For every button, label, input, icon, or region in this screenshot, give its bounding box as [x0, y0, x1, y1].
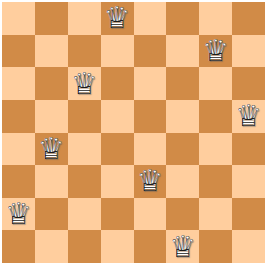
- square-g4[interactable]: [199, 133, 232, 166]
- square-e8[interactable]: [134, 2, 167, 35]
- white-queen-body: ♛: [104, 3, 131, 33]
- square-d1[interactable]: [101, 230, 134, 263]
- square-b7[interactable]: [35, 35, 68, 68]
- square-c8[interactable]: [68, 2, 101, 35]
- white-queen: ♕: [169, 232, 196, 262]
- square-d2[interactable]: [101, 198, 134, 231]
- square-e5[interactable]: [134, 100, 167, 133]
- square-b6[interactable]: [35, 67, 68, 100]
- white-queen: ♕: [136, 166, 163, 196]
- square-a5[interactable]: [2, 100, 35, 133]
- square-c4[interactable]: [68, 133, 101, 166]
- square-a1[interactable]: [2, 230, 35, 263]
- square-a6[interactable]: [2, 67, 35, 100]
- square-b8[interactable]: [35, 2, 68, 35]
- square-b1[interactable]: [35, 230, 68, 263]
- white-queen-body: ♛: [38, 134, 65, 164]
- square-h4[interactable]: [232, 133, 265, 166]
- square-b5[interactable]: [35, 100, 68, 133]
- square-c1[interactable]: [68, 230, 101, 263]
- square-g1[interactable]: [199, 230, 232, 263]
- white-queen: ♕: [235, 101, 262, 131]
- square-b4[interactable]: ♛♕: [35, 133, 68, 166]
- board-margin: ♛♕♛♕♛♕♛♕♛♕♛♕♛♕♛♕: [0, 0, 267, 265]
- white-queen: ♕: [38, 134, 65, 164]
- white-queen: ♕: [5, 199, 32, 229]
- square-h5[interactable]: ♛♕: [232, 100, 265, 133]
- square-e4[interactable]: [134, 133, 167, 166]
- white-queen-body: ♛: [235, 101, 262, 131]
- square-f6[interactable]: [166, 67, 199, 100]
- white-queen-body: ♛: [202, 36, 229, 66]
- square-e3[interactable]: ♛♕: [134, 165, 167, 198]
- square-g5[interactable]: [199, 100, 232, 133]
- white-queen-body: ♛: [136, 166, 163, 196]
- square-e7[interactable]: [134, 35, 167, 68]
- square-d3[interactable]: [101, 165, 134, 198]
- white-queen: ♕: [71, 69, 98, 99]
- square-f3[interactable]: [166, 165, 199, 198]
- square-f4[interactable]: [166, 133, 199, 166]
- square-e1[interactable]: [134, 230, 167, 263]
- square-f7[interactable]: [166, 35, 199, 68]
- square-g2[interactable]: [199, 198, 232, 231]
- square-a4[interactable]: [2, 133, 35, 166]
- square-c3[interactable]: [68, 165, 101, 198]
- square-d8[interactable]: ♛♕: [101, 2, 134, 35]
- white-queen: ♕: [202, 36, 229, 66]
- square-c6[interactable]: ♛♕: [68, 67, 101, 100]
- square-h7[interactable]: [232, 35, 265, 68]
- square-f8[interactable]: [166, 2, 199, 35]
- white-queen-body: ♛: [71, 69, 98, 99]
- white-queen-body: ♛: [5, 199, 32, 229]
- square-g8[interactable]: [199, 2, 232, 35]
- square-e6[interactable]: [134, 67, 167, 100]
- square-g7[interactable]: ♛♕: [199, 35, 232, 68]
- square-f1[interactable]: ♛♕: [166, 230, 199, 263]
- square-h2[interactable]: [232, 198, 265, 231]
- square-g6[interactable]: [199, 67, 232, 100]
- square-c7[interactable]: [68, 35, 101, 68]
- square-f5[interactable]: [166, 100, 199, 133]
- square-b3[interactable]: [35, 165, 68, 198]
- square-b2[interactable]: [35, 198, 68, 231]
- white-queen-body: ♛: [169, 232, 196, 262]
- square-d4[interactable]: [101, 133, 134, 166]
- square-g3[interactable]: [199, 165, 232, 198]
- square-d7[interactable]: [101, 35, 134, 68]
- square-c5[interactable]: [68, 100, 101, 133]
- square-a2[interactable]: ♛♕: [2, 198, 35, 231]
- square-h8[interactable]: [232, 2, 265, 35]
- square-d5[interactable]: [101, 100, 134, 133]
- square-a7[interactable]: [2, 35, 35, 68]
- square-h6[interactable]: [232, 67, 265, 100]
- square-a8[interactable]: [2, 2, 35, 35]
- square-h1[interactable]: [232, 230, 265, 263]
- square-f2[interactable]: [166, 198, 199, 231]
- square-e2[interactable]: [134, 198, 167, 231]
- chessboard: ♛♕♛♕♛♕♛♕♛♕♛♕♛♕♛♕: [2, 2, 265, 263]
- square-h3[interactable]: [232, 165, 265, 198]
- square-a3[interactable]: [2, 165, 35, 198]
- white-queen: ♕: [104, 3, 131, 33]
- square-d6[interactable]: [101, 67, 134, 100]
- square-c2[interactable]: [68, 198, 101, 231]
